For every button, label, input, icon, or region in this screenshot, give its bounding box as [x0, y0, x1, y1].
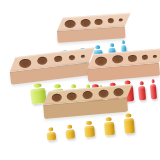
cylinder-knob — [67, 125, 72, 129]
cylinder-hole — [64, 19, 76, 28]
knobbed-cylinder — [46, 127, 56, 141]
cylinder-hole — [95, 56, 108, 66]
cylinder-hole — [82, 90, 93, 99]
cylinder-knob — [109, 43, 113, 47]
product-photo — [0, 0, 160, 160]
cylinder-body — [124, 118, 135, 134]
cylinder-body — [65, 129, 75, 139]
cylinder-hole — [67, 91, 78, 100]
cylinder-knob — [151, 79, 154, 83]
cylinder-knob — [48, 127, 53, 131]
cylinder-knob — [105, 117, 111, 122]
cylinder-knob — [86, 121, 92, 126]
knobbed-cylinder — [84, 121, 95, 138]
cylinder-block-yellow — [42, 84, 135, 141]
cylinder-hole — [81, 54, 85, 57]
cylinder-knob — [139, 81, 143, 85]
cylinder-hole — [68, 54, 75, 60]
cylinder-knob — [125, 113, 131, 118]
cylinder-knob — [71, 84, 76, 89]
cylinder-body — [138, 86, 146, 101]
cylinder-hole — [37, 56, 48, 65]
cylinder-hole — [19, 58, 32, 68]
cylinder-hole — [95, 18, 103, 25]
cylinder-hole — [128, 54, 138, 62]
cylinder-knob — [122, 40, 125, 44]
knobbed-cylinder — [138, 81, 147, 101]
knobbed-cylinder — [149, 79, 157, 99]
cylinder-body — [84, 126, 95, 138]
cylinder-body — [47, 132, 57, 141]
cylinder-hole — [114, 87, 125, 96]
cylinder-hole — [108, 18, 114, 23]
cylinder-body — [150, 84, 157, 99]
cylinder-hole — [80, 18, 91, 27]
cylinder-hole — [51, 93, 62, 102]
knobbed-cylinder — [123, 113, 135, 134]
knobbed-cylinder — [65, 124, 75, 139]
cylinder-hole — [142, 54, 148, 60]
knobbed-cylinder — [103, 117, 115, 136]
cylinder-hole — [153, 54, 157, 57]
cylinder-hole — [98, 89, 109, 98]
cylinder-hole — [54, 55, 63, 62]
cylinder-body — [104, 122, 115, 136]
cylinder-hole — [112, 55, 124, 64]
cylinder-hole — [119, 18, 123, 21]
